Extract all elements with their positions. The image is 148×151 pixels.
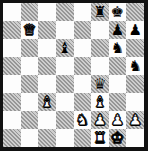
square-c7[interactable] [38, 21, 56, 39]
square-c3[interactable]: ♝ [38, 93, 56, 111]
square-a4[interactable] [3, 75, 21, 93]
square-d7[interactable] [56, 21, 74, 39]
square-d3[interactable] [56, 93, 74, 111]
black-bishop[interactable]: ♝ [58, 40, 71, 55]
square-c8[interactable] [38, 3, 56, 21]
square-a7[interactable] [3, 21, 21, 39]
square-b8[interactable] [21, 3, 39, 21]
black-pawn[interactable]: ♟ [128, 22, 141, 37]
white-pawn[interactable]: ♟ [128, 112, 141, 127]
white-pawn[interactable]: ♟ [93, 112, 106, 127]
square-b4[interactable] [21, 75, 39, 93]
square-b3[interactable] [21, 93, 39, 111]
white-bishop[interactable]: ♝ [40, 94, 53, 109]
square-h6[interactable] [126, 39, 144, 57]
square-d4[interactable] [56, 75, 74, 93]
square-h4[interactable] [126, 75, 144, 93]
square-a3[interactable] [3, 93, 21, 111]
square-c6[interactable] [38, 39, 56, 57]
square-g2[interactable]: ♟ [109, 111, 127, 129]
square-f5[interactable] [91, 57, 109, 75]
square-a2[interactable] [3, 111, 21, 129]
square-e6[interactable] [74, 39, 92, 57]
square-h5[interactable]: ♞ [126, 57, 144, 75]
square-h3[interactable] [126, 93, 144, 111]
square-e2[interactable]: ♞ [74, 111, 92, 129]
square-f3[interactable]: ♝ [91, 93, 109, 111]
square-c2[interactable] [38, 111, 56, 129]
square-h8[interactable] [126, 3, 144, 21]
white-knight[interactable]: ♞ [76, 112, 89, 127]
square-g7[interactable]: ♟ [109, 21, 127, 39]
square-e1[interactable] [74, 129, 92, 147]
black-knight[interactable]: ♞ [111, 40, 124, 55]
square-g5[interactable] [109, 57, 127, 75]
square-g4[interactable] [109, 75, 127, 93]
square-d5[interactable] [56, 57, 74, 75]
square-e7[interactable] [74, 21, 92, 39]
square-a5[interactable] [3, 57, 21, 75]
square-f8[interactable]: ♜ [91, 3, 109, 21]
square-f7[interactable] [91, 21, 109, 39]
square-f2[interactable]: ♟ [91, 111, 109, 129]
white-king[interactable]: ♚ [111, 130, 124, 145]
square-a6[interactable] [3, 39, 21, 57]
square-g1[interactable]: ♚ [109, 129, 127, 147]
chess-diagram: ♜♚♛♟♟♝♞♞♛♝♝♞♟♟♟♜♚ [0, 0, 148, 151]
square-f4[interactable]: ♛ [91, 75, 109, 93]
square-g6[interactable]: ♞ [109, 39, 127, 57]
square-h7[interactable]: ♟ [126, 21, 144, 39]
black-queen[interactable]: ♛ [93, 76, 106, 91]
square-d2[interactable] [56, 111, 74, 129]
square-b1[interactable] [21, 129, 39, 147]
square-h2[interactable]: ♟ [126, 111, 144, 129]
white-rook[interactable]: ♜ [93, 130, 106, 145]
square-c1[interactable] [38, 129, 56, 147]
white-pawn[interactable]: ♟ [111, 112, 124, 127]
square-e8[interactable] [74, 3, 92, 21]
square-c4[interactable] [38, 75, 56, 93]
square-a8[interactable] [3, 3, 21, 21]
square-b6[interactable] [21, 39, 39, 57]
square-b5[interactable] [21, 57, 39, 75]
square-d1[interactable] [56, 129, 74, 147]
square-f1[interactable]: ♜ [91, 129, 109, 147]
square-d6[interactable]: ♝ [56, 39, 74, 57]
white-queen[interactable]: ♛ [23, 22, 36, 37]
square-b2[interactable] [21, 111, 39, 129]
square-h1[interactable] [126, 129, 144, 147]
square-e3[interactable] [74, 93, 92, 111]
chess-board: ♜♚♛♟♟♝♞♞♛♝♝♞♟♟♟♜♚ [3, 3, 144, 147]
square-a1[interactable] [3, 129, 21, 147]
square-e4[interactable] [74, 75, 92, 93]
white-bishop[interactable]: ♝ [93, 94, 106, 109]
square-b7[interactable]: ♛ [21, 21, 39, 39]
black-knight[interactable]: ♞ [128, 58, 141, 73]
square-c5[interactable] [38, 57, 56, 75]
black-rook[interactable]: ♜ [93, 4, 106, 19]
black-pawn[interactable]: ♟ [111, 22, 124, 37]
square-g3[interactable] [109, 93, 127, 111]
square-e5[interactable] [74, 57, 92, 75]
square-d8[interactable] [56, 3, 74, 21]
square-g8[interactable]: ♚ [109, 3, 127, 21]
square-f6[interactable] [91, 39, 109, 57]
black-king[interactable]: ♚ [111, 4, 124, 19]
